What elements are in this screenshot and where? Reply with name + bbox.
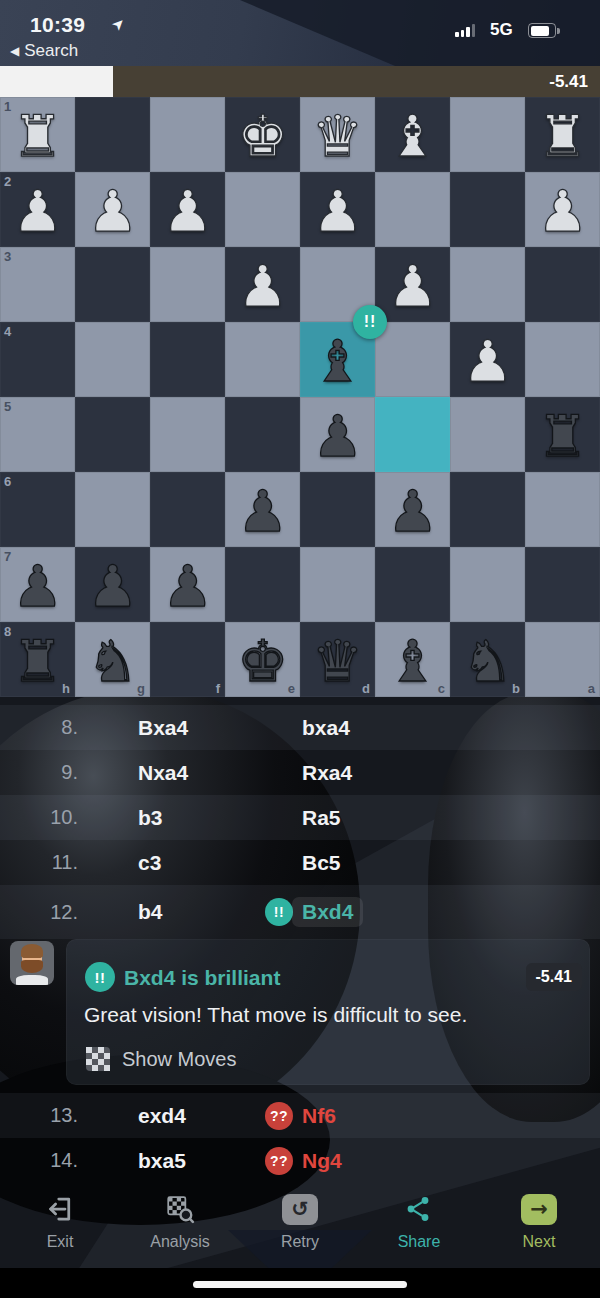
square-b1[interactable] bbox=[450, 97, 525, 172]
move-badge-slot: ?? bbox=[256, 1102, 302, 1130]
move-row-11: 11.c3Bc5 bbox=[0, 840, 600, 885]
square-f8[interactable]: f bbox=[150, 622, 225, 697]
tab-retry[interactable]: ↺ Retry bbox=[250, 1192, 350, 1251]
white-move[interactable]: b3 bbox=[138, 806, 256, 830]
chess-board: 1♜♚♛♝♜2♟♟♟♟♟3♟♟4♝♟5♟♜6♟♟7♟♟♟8h♜g♞fe♚d♛c♝… bbox=[0, 97, 600, 697]
square-h7[interactable]: 7♟ bbox=[0, 547, 75, 622]
feedback-body-text: Great vision! That move is difficult to … bbox=[84, 1003, 467, 1027]
exit-door-icon bbox=[45, 1192, 75, 1226]
back-to-search-button[interactable]: ◀ Search bbox=[10, 41, 78, 61]
move-badge-slot: ?? bbox=[256, 1147, 302, 1175]
piece-white-R-a1: ♜ bbox=[525, 97, 600, 172]
square-b6[interactable] bbox=[450, 472, 525, 547]
square-f6[interactable] bbox=[150, 472, 225, 547]
square-h4[interactable]: 4 bbox=[0, 322, 75, 397]
feedback-eval-pill: -5.41 bbox=[526, 963, 582, 991]
square-a5[interactable]: ♜ bbox=[525, 397, 600, 472]
piece-white-K-e1: ♚ bbox=[225, 97, 300, 172]
file-label-c: c bbox=[438, 681, 445, 696]
file-label-b: b bbox=[512, 681, 520, 696]
piece-white-R-h1: ♜ bbox=[0, 97, 75, 172]
square-c6[interactable]: ♟ bbox=[375, 472, 450, 547]
back-chevron-icon: ◀ bbox=[10, 44, 19, 58]
square-d2[interactable]: ♟ bbox=[300, 172, 375, 247]
square-h5[interactable]: 5 bbox=[0, 397, 75, 472]
piece-white-P-g2: ♟ bbox=[75, 172, 150, 247]
feedback-title: Bxd4 is brilliant bbox=[124, 966, 280, 990]
black-move[interactable]: Bxd4 bbox=[302, 900, 353, 923]
piece-white-P-h2: ♟ bbox=[0, 172, 75, 247]
highlighted-move-pill: Bxd4 bbox=[292, 897, 363, 927]
square-a8[interactable]: a bbox=[525, 622, 600, 697]
square-b8[interactable]: b♞ bbox=[450, 622, 525, 697]
square-h1[interactable]: 1♜ bbox=[0, 97, 75, 172]
square-f7[interactable]: ♟ bbox=[150, 547, 225, 622]
piece-white-P-f2: ♟ bbox=[150, 172, 225, 247]
tab-retry-label: Retry bbox=[281, 1233, 319, 1251]
piece-white-P-b4: ♟ bbox=[450, 322, 525, 397]
back-label: Search bbox=[24, 41, 78, 61]
rank-label-7: 7 bbox=[4, 549, 11, 564]
square-a4[interactable] bbox=[525, 322, 600, 397]
square-c8[interactable]: c♝ bbox=[375, 622, 450, 697]
square-f4[interactable] bbox=[150, 322, 225, 397]
brilliant-move-badge-on-board: !! bbox=[353, 305, 387, 339]
move-number: 9. bbox=[0, 761, 78, 784]
piece-black-P-c6: ♟ bbox=[375, 472, 450, 547]
network-type-label: 5G bbox=[490, 20, 513, 40]
avatar-beard bbox=[21, 960, 43, 973]
square-h3[interactable]: 3 bbox=[0, 247, 75, 322]
square-c1[interactable]: ♝ bbox=[375, 97, 450, 172]
rank-label-4: 4 bbox=[4, 324, 11, 339]
piece-black-P-d5: ♟ bbox=[300, 397, 375, 472]
square-f3[interactable] bbox=[150, 247, 225, 322]
move-number: 10. bbox=[0, 806, 78, 829]
app-screen: 10:39 ➤ 5G ◀ Search -5.41 1♜♚♛♝♜2♟♟♟♟♟3♟… bbox=[0, 0, 600, 1298]
avatar-shirt bbox=[16, 975, 48, 985]
black-move[interactable]: Ra5 bbox=[302, 806, 341, 830]
square-e2[interactable] bbox=[225, 172, 300, 247]
piece-white-B-c1: ♝ bbox=[375, 97, 450, 172]
move-row-10: 10.b3Ra5 bbox=[0, 795, 600, 840]
rank-label-1: 1 bbox=[4, 99, 11, 114]
square-h6[interactable]: 6 bbox=[0, 472, 75, 547]
square-d5[interactable]: ♟ bbox=[300, 397, 375, 472]
square-c5[interactable] bbox=[375, 397, 450, 472]
square-e1[interactable]: ♚ bbox=[225, 97, 300, 172]
square-g5[interactable] bbox=[75, 397, 150, 472]
white-move[interactable]: bxa5 bbox=[138, 1149, 256, 1173]
move-number: 13. bbox=[0, 1104, 78, 1127]
square-b2[interactable] bbox=[450, 172, 525, 247]
square-a6[interactable] bbox=[525, 472, 600, 547]
rank-label-6: 6 bbox=[4, 474, 11, 489]
square-c4[interactable] bbox=[375, 322, 450, 397]
home-indicator[interactable] bbox=[193, 1281, 407, 1288]
square-c7[interactable] bbox=[375, 547, 450, 622]
move-number: 12. bbox=[0, 901, 78, 924]
square-g2[interactable]: ♟ bbox=[75, 172, 150, 247]
tab-exit[interactable]: Exit bbox=[10, 1192, 110, 1251]
evaluation-white-segment bbox=[0, 66, 113, 97]
square-b5[interactable] bbox=[450, 397, 525, 472]
square-c2[interactable] bbox=[375, 172, 450, 247]
brilliant-badge-icon: !! bbox=[85, 962, 115, 992]
square-h2[interactable]: 2♟ bbox=[0, 172, 75, 247]
share-icon bbox=[404, 1192, 434, 1226]
white-move[interactable]: b4 bbox=[138, 900, 256, 924]
battery-tip bbox=[557, 28, 560, 34]
piece-black-P-f7: ♟ bbox=[150, 547, 225, 622]
square-g8[interactable]: g♞ bbox=[75, 622, 150, 697]
move-row-14: 14.bxa5??Ng4 bbox=[0, 1138, 600, 1183]
analysis-board-magnifier-icon bbox=[165, 1192, 195, 1226]
battery-icon bbox=[528, 23, 556, 38]
piece-white-Q-d1: ♛ bbox=[300, 97, 375, 172]
mini-board-icon bbox=[86, 1047, 110, 1071]
file-label-d: d bbox=[362, 681, 370, 696]
square-d7[interactable] bbox=[300, 547, 375, 622]
file-label-h: h bbox=[62, 681, 70, 696]
move-row-9: 9.Nxa4Rxa4 bbox=[0, 750, 600, 795]
black-move[interactable]: Ng4 bbox=[302, 1149, 342, 1173]
blunder-badge-icon: ?? bbox=[265, 1147, 293, 1175]
square-f1[interactable] bbox=[150, 97, 225, 172]
file-label-a: a bbox=[588, 681, 595, 696]
move-feedback-card: !! Bxd4 is brilliant -5.41 Great vision!… bbox=[66, 939, 590, 1085]
black-move[interactable]: Rxa4 bbox=[302, 761, 352, 785]
black-move[interactable]: bxa4 bbox=[302, 716, 350, 740]
status-time: 10:39 bbox=[30, 13, 85, 37]
square-f5[interactable] bbox=[150, 397, 225, 472]
square-h8[interactable]: 8h♜ bbox=[0, 622, 75, 697]
square-a3[interactable] bbox=[525, 247, 600, 322]
square-e8[interactable]: e♚ bbox=[225, 622, 300, 697]
white-move[interactable]: Nxa4 bbox=[138, 761, 256, 785]
cellular-signal-icon bbox=[455, 24, 475, 37]
show-moves-label: Show Moves bbox=[122, 1048, 237, 1071]
tab-exit-label: Exit bbox=[47, 1233, 74, 1251]
piece-black-P-e6: ♟ bbox=[225, 472, 300, 547]
piece-white-P-c3: ♟ bbox=[375, 247, 450, 322]
tab-share-label: Share bbox=[398, 1233, 441, 1251]
square-a7[interactable] bbox=[525, 547, 600, 622]
square-b7[interactable] bbox=[450, 547, 525, 622]
square-b3[interactable] bbox=[450, 247, 525, 322]
rank-label-8: 8 bbox=[4, 624, 11, 639]
rank-label-2: 2 bbox=[4, 174, 11, 189]
square-g3[interactable] bbox=[75, 247, 150, 322]
black-move[interactable]: Nf6 bbox=[302, 1104, 336, 1128]
tab-share[interactable]: Share bbox=[369, 1192, 469, 1251]
tab-analysis[interactable]: Analysis bbox=[130, 1192, 230, 1251]
move-number: 11. bbox=[0, 851, 78, 874]
blunder-badge-icon: ?? bbox=[265, 1102, 293, 1130]
piece-white-P-a2: ♟ bbox=[525, 172, 600, 247]
evaluation-score: -5.41 bbox=[549, 66, 588, 97]
black-move[interactable]: Bc5 bbox=[302, 851, 341, 875]
piece-black-R-a5: ♜ bbox=[525, 397, 600, 472]
square-e5[interactable] bbox=[225, 397, 300, 472]
piece-black-P-h7: ♟ bbox=[0, 547, 75, 622]
square-e3[interactable]: ♟ bbox=[225, 247, 300, 322]
tab-next[interactable]: → Next bbox=[489, 1192, 589, 1251]
next-arrow-icon: → bbox=[521, 1194, 557, 1225]
square-e7[interactable] bbox=[225, 547, 300, 622]
move-row-8: 8.Bxa4bxa4 bbox=[0, 705, 600, 750]
battery-fill bbox=[531, 26, 549, 36]
square-e6[interactable]: ♟ bbox=[225, 472, 300, 547]
file-label-f: f bbox=[216, 681, 220, 696]
square-f2[interactable]: ♟ bbox=[150, 172, 225, 247]
piece-white-P-e3: ♟ bbox=[225, 247, 300, 322]
move-list: 8.Bxa4bxa49.Nxa4Rxa410.b3Ra511.c3Bc512.b… bbox=[0, 705, 600, 939]
square-d6[interactable] bbox=[300, 472, 375, 547]
square-e4[interactable] bbox=[225, 322, 300, 397]
tab-next-label: Next bbox=[523, 1233, 556, 1251]
rank-label-3: 3 bbox=[4, 249, 11, 264]
tab-analysis-label: Analysis bbox=[150, 1233, 210, 1251]
square-c3[interactable]: ♟ bbox=[375, 247, 450, 322]
show-moves-button[interactable]: Show Moves bbox=[86, 1047, 237, 1071]
white-move[interactable]: Bxa4 bbox=[138, 716, 256, 740]
avatar-hair bbox=[21, 944, 43, 958]
square-d1[interactable]: ♛ bbox=[300, 97, 375, 172]
retry-icon: ↺ bbox=[282, 1194, 318, 1225]
move-row-13: 13.exd4??Nf6 bbox=[0, 1093, 600, 1138]
move-number: 14. bbox=[0, 1149, 78, 1172]
move-row-12: 12.b4!!Bxd4 bbox=[0, 885, 600, 939]
file-label-g: g bbox=[137, 681, 145, 696]
piece-white-P-d2: ♟ bbox=[300, 172, 375, 247]
white-move[interactable]: exd4 bbox=[138, 1104, 256, 1128]
square-g4[interactable] bbox=[75, 322, 150, 397]
square-a1[interactable]: ♜ bbox=[525, 97, 600, 172]
square-a2[interactable]: ♟ bbox=[525, 172, 600, 247]
square-g1[interactable] bbox=[75, 97, 150, 172]
rank-label-5: 5 bbox=[4, 399, 11, 414]
piece-black-P-g7: ♟ bbox=[75, 547, 150, 622]
evaluation-bar: -5.41 bbox=[0, 66, 600, 97]
move-number: 8. bbox=[0, 716, 78, 739]
move-list-continued: 13.exd4??Nf614.bxa5??Ng4 bbox=[0, 1093, 600, 1183]
square-d8[interactable]: d♛ bbox=[300, 622, 375, 697]
square-b4[interactable]: ♟ bbox=[450, 322, 525, 397]
white-move[interactable]: c3 bbox=[138, 851, 256, 875]
square-g6[interactable] bbox=[75, 472, 150, 547]
coach-avatar[interactable] bbox=[10, 941, 54, 985]
brilliant-badge-icon: !! bbox=[265, 898, 293, 926]
square-g7[interactable]: ♟ bbox=[75, 547, 150, 622]
file-label-e: e bbox=[288, 681, 295, 696]
